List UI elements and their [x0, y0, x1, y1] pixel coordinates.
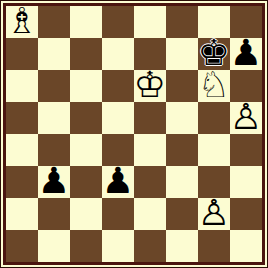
square-b7[interactable] — [38, 38, 70, 70]
square-h4[interactable] — [230, 134, 262, 166]
square-a8[interactable]: ♗ — [6, 6, 38, 38]
board-frame-inner-line: ♗♚♟♔♘♙♟♟♙ — [1, 1, 267, 267]
square-h3[interactable] — [230, 166, 262, 198]
square-b1[interactable] — [38, 230, 70, 262]
square-e5[interactable] — [134, 102, 166, 134]
square-f4[interactable] — [166, 134, 198, 166]
square-e8[interactable] — [134, 6, 166, 38]
square-b5[interactable] — [38, 102, 70, 134]
chess-board: ♗♚♟♔♘♙♟♟♙ — [6, 6, 262, 262]
square-e3[interactable] — [134, 166, 166, 198]
square-f6[interactable] — [166, 70, 198, 102]
square-e6[interactable]: ♔ — [134, 70, 166, 102]
square-a2[interactable] — [6, 198, 38, 230]
square-h5[interactable]: ♙ — [230, 102, 262, 134]
square-c1[interactable] — [70, 230, 102, 262]
square-a4[interactable] — [6, 134, 38, 166]
white-pawn: ♙ — [230, 101, 262, 133]
black-pawn: ♟ — [102, 165, 134, 197]
square-d7[interactable] — [102, 38, 134, 70]
square-d6[interactable] — [102, 70, 134, 102]
square-c6[interactable] — [70, 70, 102, 102]
square-g6[interactable]: ♘ — [198, 70, 230, 102]
square-g4[interactable] — [198, 134, 230, 166]
square-f5[interactable] — [166, 102, 198, 134]
square-d8[interactable] — [102, 6, 134, 38]
square-f8[interactable] — [166, 6, 198, 38]
square-f3[interactable] — [166, 166, 198, 198]
square-a3[interactable] — [6, 166, 38, 198]
square-d1[interactable] — [102, 230, 134, 262]
square-h2[interactable] — [230, 198, 262, 230]
board-outer-edge: ♗♚♟♔♘♙♟♟♙ — [0, 0, 268, 268]
square-c8[interactable] — [70, 6, 102, 38]
square-d5[interactable] — [102, 102, 134, 134]
black-pawn: ♟ — [38, 165, 70, 197]
square-a1[interactable] — [6, 230, 38, 262]
square-b2[interactable] — [38, 198, 70, 230]
square-c2[interactable] — [70, 198, 102, 230]
square-a5[interactable] — [6, 102, 38, 134]
square-a6[interactable] — [6, 70, 38, 102]
square-b8[interactable] — [38, 6, 70, 38]
square-a7[interactable] — [6, 38, 38, 70]
square-e2[interactable] — [134, 198, 166, 230]
square-b3[interactable]: ♟ — [38, 166, 70, 198]
white-king: ♔ — [134, 69, 166, 101]
white-bishop: ♗ — [6, 5, 38, 37]
square-e1[interactable] — [134, 230, 166, 262]
square-c7[interactable] — [70, 38, 102, 70]
square-e4[interactable] — [134, 134, 166, 166]
square-g2[interactable]: ♙ — [198, 198, 230, 230]
board-frame: ♗♚♟♔♘♙♟♟♙ — [3, 3, 265, 265]
square-f1[interactable] — [166, 230, 198, 262]
square-b6[interactable] — [38, 70, 70, 102]
square-h1[interactable] — [230, 230, 262, 262]
square-g1[interactable] — [198, 230, 230, 262]
square-f7[interactable] — [166, 38, 198, 70]
square-d3[interactable]: ♟ — [102, 166, 134, 198]
white-pawn: ♙ — [198, 197, 230, 229]
white-knight: ♘ — [198, 69, 230, 101]
square-g5[interactable] — [198, 102, 230, 134]
square-d2[interactable] — [102, 198, 134, 230]
square-c5[interactable] — [70, 102, 102, 134]
square-h7[interactable]: ♟ — [230, 38, 262, 70]
square-f2[interactable] — [166, 198, 198, 230]
square-c3[interactable] — [70, 166, 102, 198]
square-c4[interactable] — [70, 134, 102, 166]
black-pawn: ♟ — [230, 37, 262, 69]
